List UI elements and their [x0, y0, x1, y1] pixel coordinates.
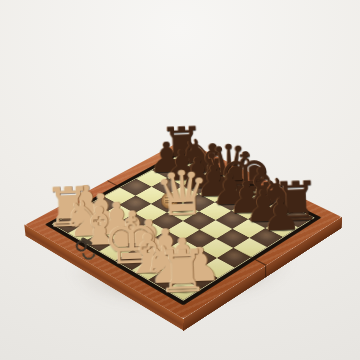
chess-set-photo: ♜♞♝♛♚♝♞♜♟♟♟♟♟♟♟♟♛♟♟♟♟♟♟♟♟♜♞♝♚♝♞♜	[0, 0, 360, 360]
board-square-h1: ♜	[166, 279, 201, 300]
